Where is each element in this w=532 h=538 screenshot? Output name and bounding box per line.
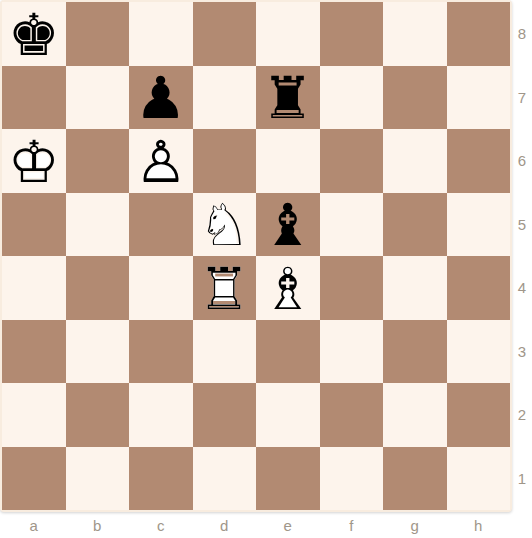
square-a1[interactable] — [2, 447, 66, 511]
square-d7[interactable] — [193, 66, 257, 130]
square-b1[interactable] — [66, 447, 130, 511]
square-e5[interactable]: ♝ — [256, 193, 320, 257]
square-e7[interactable]: ♜ — [256, 66, 320, 130]
square-d1[interactable] — [193, 447, 257, 511]
rank-label-5: 5 — [512, 193, 532, 257]
square-b5[interactable] — [66, 193, 130, 257]
square-a2[interactable] — [2, 383, 66, 447]
square-h7[interactable] — [447, 66, 511, 130]
square-c6[interactable]: ♟♙ — [129, 129, 193, 193]
piece-black-king[interactable]: ♚ — [2, 3, 66, 66]
rank-label-1: 1 — [512, 447, 532, 511]
square-b2[interactable] — [66, 383, 130, 447]
square-g7[interactable] — [383, 66, 447, 130]
black-piece-glyph: ♝ — [256, 194, 320, 257]
white-piece-outline: ♗ — [256, 257, 320, 320]
square-g8[interactable] — [383, 2, 447, 66]
square-f6[interactable] — [320, 129, 384, 193]
square-b4[interactable] — [66, 256, 130, 320]
square-g4[interactable] — [383, 256, 447, 320]
black-piece-glyph: ♚ — [2, 3, 66, 66]
file-label-g: g — [383, 512, 447, 538]
square-f4[interactable] — [320, 256, 384, 320]
white-piece-outline: ♔ — [2, 130, 66, 193]
square-c3[interactable] — [129, 320, 193, 384]
square-h8[interactable] — [447, 2, 511, 66]
piece-black-rook[interactable]: ♜ — [256, 67, 320, 130]
square-b7[interactable] — [66, 66, 130, 130]
white-piece-outline: ♙ — [129, 130, 193, 193]
rank-label-8: 8 — [512, 2, 532, 66]
square-d2[interactable] — [193, 383, 257, 447]
piece-white-knight[interactable]: ♞♘ — [193, 194, 257, 257]
square-h2[interactable] — [447, 383, 511, 447]
square-c2[interactable] — [129, 383, 193, 447]
square-a4[interactable] — [2, 256, 66, 320]
square-a7[interactable] — [2, 66, 66, 130]
square-b8[interactable] — [66, 2, 130, 66]
square-a8[interactable]: ♚ — [2, 2, 66, 66]
black-piece-glyph: ♜ — [256, 67, 320, 130]
square-h5[interactable] — [447, 193, 511, 257]
square-c5[interactable] — [129, 193, 193, 257]
square-g6[interactable] — [383, 129, 447, 193]
square-h4[interactable] — [447, 256, 511, 320]
square-a6[interactable]: ♚♔ — [2, 129, 66, 193]
square-g1[interactable] — [383, 447, 447, 511]
square-h6[interactable] — [447, 129, 511, 193]
square-d4[interactable]: ♜♖ — [193, 256, 257, 320]
piece-white-king[interactable]: ♚♔ — [2, 130, 66, 193]
square-e8[interactable] — [256, 2, 320, 66]
file-label-h: h — [447, 512, 511, 538]
piece-white-rook[interactable]: ♜♖ — [193, 257, 257, 320]
square-c4[interactable] — [129, 256, 193, 320]
page: ♚♟♜♚♔♟♙♞♘♝♜♖♝♗ 87654321 abcdefgh — [0, 0, 532, 538]
square-b6[interactable] — [66, 129, 130, 193]
piece-white-pawn[interactable]: ♟♙ — [129, 130, 193, 193]
square-f1[interactable] — [320, 447, 384, 511]
file-label-f: f — [320, 512, 384, 538]
square-f7[interactable] — [320, 66, 384, 130]
square-f3[interactable] — [320, 320, 384, 384]
square-d5[interactable]: ♞♘ — [193, 193, 257, 257]
square-f8[interactable] — [320, 2, 384, 66]
piece-white-bishop[interactable]: ♝♗ — [256, 257, 320, 320]
white-piece-outline: ♖ — [193, 257, 257, 320]
square-c1[interactable] — [129, 447, 193, 511]
square-h1[interactable] — [447, 447, 511, 511]
piece-black-bishop[interactable]: ♝ — [256, 194, 320, 257]
rank-label-2: 2 — [512, 383, 532, 447]
square-c7[interactable]: ♟ — [129, 66, 193, 130]
square-e4[interactable]: ♝♗ — [256, 256, 320, 320]
file-labels: abcdefgh — [2, 512, 510, 538]
file-label-b: b — [66, 512, 130, 538]
square-f5[interactable] — [320, 193, 384, 257]
rank-labels: 87654321 — [512, 2, 532, 510]
square-e3[interactable] — [256, 320, 320, 384]
square-c8[interactable] — [129, 2, 193, 66]
chess-board: ♚♟♜♚♔♟♙♞♘♝♜♖♝♗ — [2, 2, 510, 510]
square-a5[interactable] — [2, 193, 66, 257]
square-e1[interactable] — [256, 447, 320, 511]
square-d6[interactable] — [193, 129, 257, 193]
square-g3[interactable] — [383, 320, 447, 384]
square-f2[interactable] — [320, 383, 384, 447]
file-label-c: c — [129, 512, 193, 538]
file-label-a: a — [2, 512, 66, 538]
file-label-d: d — [193, 512, 257, 538]
square-g5[interactable] — [383, 193, 447, 257]
rank-label-6: 6 — [512, 129, 532, 193]
white-piece-outline: ♘ — [193, 194, 257, 257]
square-a3[interactable] — [2, 320, 66, 384]
square-d3[interactable] — [193, 320, 257, 384]
black-piece-glyph: ♟ — [129, 67, 193, 130]
square-e6[interactable] — [256, 129, 320, 193]
square-b3[interactable] — [66, 320, 130, 384]
square-d8[interactable] — [193, 2, 257, 66]
file-label-e: e — [256, 512, 320, 538]
rank-label-3: 3 — [512, 320, 532, 384]
square-g2[interactable] — [383, 383, 447, 447]
piece-black-pawn[interactable]: ♟ — [129, 67, 193, 130]
square-e2[interactable] — [256, 383, 320, 447]
rank-label-7: 7 — [512, 66, 532, 130]
rank-label-4: 4 — [512, 256, 532, 320]
square-h3[interactable] — [447, 320, 511, 384]
board-frame: ♚♟♜♚♔♟♙♞♘♝♜♖♝♗ — [0, 0, 512, 512]
